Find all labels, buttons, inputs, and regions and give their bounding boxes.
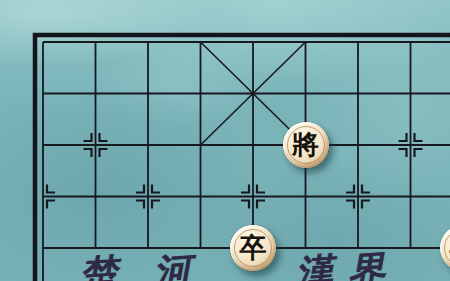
point-marker [362,201,370,209]
point-marker [241,201,249,209]
point-marker [84,149,92,157]
point-marker [100,133,108,141]
board-grid-lines [0,0,450,281]
point-marker [415,149,423,157]
point-marker [346,201,354,209]
point-marker [152,201,160,209]
point-marker [257,201,265,209]
point-marker [257,185,265,193]
piece-black-soldier-center[interactable]: 卒 [230,225,276,271]
xiangqi-board: 將卒卒 楚 河 漢 界 [0,0,450,281]
river-char-han: 漢 [294,253,335,281]
point-marker [346,185,354,193]
piece-glyph: 卒 [440,224,450,270]
point-marker [399,133,407,141]
point-marker [47,185,55,193]
piece-black-soldier-edge[interactable]: 卒 [440,225,450,271]
point-marker [415,133,423,141]
point-marker [152,185,160,193]
point-marker [100,149,108,157]
point-marker [241,185,249,193]
point-marker [84,133,92,141]
point-marker [136,201,144,209]
point-marker [47,201,55,209]
piece-glyph: 將 [283,121,329,167]
point-marker [399,149,407,157]
river-char-he: 河 [152,252,193,281]
point-marker [362,185,370,193]
piece-glyph: 卒 [230,224,276,270]
river-char-chu: 楚 [78,254,119,281]
point-marker [136,185,144,193]
piece-black-general[interactable]: 將 [283,122,329,168]
river-char-jie: 界 [346,251,387,281]
